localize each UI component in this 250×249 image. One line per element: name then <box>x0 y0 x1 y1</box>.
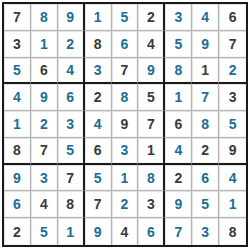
cell-r4c8[interactable]: 7 <box>192 84 219 111</box>
cell-r1c1[interactable]: 7 <box>4 4 31 31</box>
cell-r7c8[interactable]: 6 <box>192 165 219 192</box>
cell-r9c7[interactable]: 7 <box>165 218 192 245</box>
cell-r6c7[interactable]: 4 <box>165 138 192 165</box>
cell-r7c5[interactable]: 1 <box>112 165 139 192</box>
cell-r1c3[interactable]: 9 <box>58 4 85 31</box>
cell-r1c5[interactable]: 5 <box>112 4 139 31</box>
cell-r5c9[interactable]: 5 <box>219 111 246 138</box>
cell-r2c1[interactable]: 3 <box>4 31 31 58</box>
cell-r8c4[interactable]: 7 <box>85 191 112 218</box>
cell-r2c7[interactable]: 5 <box>165 31 192 58</box>
cell-r5c8[interactable]: 8 <box>192 111 219 138</box>
cell-r7c6[interactable]: 8 <box>138 165 165 192</box>
cell-r1c4[interactable]: 1 <box>85 4 112 31</box>
cell-r9c5[interactable]: 4 <box>112 218 139 245</box>
cell-r7c4[interactable]: 5 <box>85 165 112 192</box>
cell-r3c8[interactable]: 1 <box>192 58 219 85</box>
sudoku-board: 7891523463128645975643798124962851731234… <box>2 2 248 247</box>
cell-r6c6[interactable]: 1 <box>138 138 165 165</box>
sudoku-app: 7891523463128645975643798124962851731234… <box>0 0 250 249</box>
cell-r6c5[interactable]: 3 <box>112 138 139 165</box>
cell-r7c3[interactable]: 7 <box>58 165 85 192</box>
cell-r1c6[interactable]: 2 <box>138 4 165 31</box>
cell-r4c1[interactable]: 4 <box>4 84 31 111</box>
cell-r5c4[interactable]: 4 <box>85 111 112 138</box>
cell-r3c7[interactable]: 8 <box>165 58 192 85</box>
cell-r9c8[interactable]: 3 <box>192 218 219 245</box>
cell-r7c1[interactable]: 9 <box>4 165 31 192</box>
cell-r1c2[interactable]: 8 <box>31 4 58 31</box>
cell-r3c1[interactable]: 5 <box>4 58 31 85</box>
cell-r6c3[interactable]: 5 <box>58 138 85 165</box>
cell-r6c2[interactable]: 7 <box>31 138 58 165</box>
cell-r7c7[interactable]: 2 <box>165 165 192 192</box>
cell-r8c6[interactable]: 3 <box>138 191 165 218</box>
cell-r4c3[interactable]: 6 <box>58 84 85 111</box>
cell-r1c8[interactable]: 4 <box>192 4 219 31</box>
cell-r8c8[interactable]: 5 <box>192 191 219 218</box>
cell-r7c9[interactable]: 4 <box>219 165 246 192</box>
cell-r4c6[interactable]: 5 <box>138 84 165 111</box>
cell-r2c6[interactable]: 4 <box>138 31 165 58</box>
cell-r2c5[interactable]: 6 <box>112 31 139 58</box>
cell-r1c9[interactable]: 6 <box>219 4 246 31</box>
cell-r4c5[interactable]: 8 <box>112 84 139 111</box>
cell-r7c2[interactable]: 3 <box>31 165 58 192</box>
cell-r6c4[interactable]: 6 <box>85 138 112 165</box>
cell-r6c1[interactable]: 8 <box>4 138 31 165</box>
cell-r5c1[interactable]: 1 <box>4 111 31 138</box>
cell-r3c4[interactable]: 3 <box>85 58 112 85</box>
cell-r9c4[interactable]: 9 <box>85 218 112 245</box>
cell-r9c3[interactable]: 1 <box>58 218 85 245</box>
cell-r4c7[interactable]: 1 <box>165 84 192 111</box>
cell-r5c5[interactable]: 9 <box>112 111 139 138</box>
cell-r9c9[interactable]: 8 <box>219 218 246 245</box>
cell-r9c6[interactable]: 6 <box>138 218 165 245</box>
cell-r4c9[interactable]: 3 <box>219 84 246 111</box>
cell-r5c2[interactable]: 2 <box>31 111 58 138</box>
cell-r2c4[interactable]: 8 <box>85 31 112 58</box>
cell-r5c3[interactable]: 3 <box>58 111 85 138</box>
cell-r8c5[interactable]: 2 <box>112 191 139 218</box>
cell-r9c1[interactable]: 2 <box>4 218 31 245</box>
cell-r4c2[interactable]: 9 <box>31 84 58 111</box>
cell-r8c7[interactable]: 9 <box>165 191 192 218</box>
cell-r6c9[interactable]: 9 <box>219 138 246 165</box>
cell-r5c6[interactable]: 7 <box>138 111 165 138</box>
cell-r1c7[interactable]: 3 <box>165 4 192 31</box>
cell-r2c3[interactable]: 2 <box>58 31 85 58</box>
cell-r3c9[interactable]: 2 <box>219 58 246 85</box>
cell-r3c2[interactable]: 6 <box>31 58 58 85</box>
cell-r9c2[interactable]: 5 <box>31 218 58 245</box>
cell-r3c6[interactable]: 9 <box>138 58 165 85</box>
cell-r8c3[interactable]: 8 <box>58 191 85 218</box>
cell-r4c4[interactable]: 2 <box>85 84 112 111</box>
cell-r8c9[interactable]: 1 <box>219 191 246 218</box>
cell-r8c1[interactable]: 6 <box>4 191 31 218</box>
cell-r2c8[interactable]: 9 <box>192 31 219 58</box>
cell-r5c7[interactable]: 6 <box>165 111 192 138</box>
cell-r2c2[interactable]: 1 <box>31 31 58 58</box>
cell-r2c9[interactable]: 7 <box>219 31 246 58</box>
cell-r3c3[interactable]: 4 <box>58 58 85 85</box>
cell-r6c8[interactable]: 2 <box>192 138 219 165</box>
cell-r8c2[interactable]: 4 <box>31 191 58 218</box>
cell-r3c5[interactable]: 7 <box>112 58 139 85</box>
